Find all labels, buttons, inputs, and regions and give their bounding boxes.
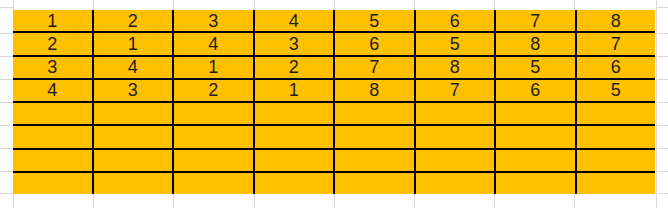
grid-cell-r7c6[interactable] (416, 150, 495, 171)
grid-cell-r5c8[interactable] (577, 103, 656, 124)
grid-cell-r4c5[interactable]: 8 (335, 80, 414, 101)
grid-cell-r6c2[interactable] (94, 126, 173, 147)
grid-cell-r8c3[interactable] (174, 173, 253, 194)
grid-cell-r7c1[interactable] (13, 150, 92, 171)
grid-cell-r7c2[interactable] (94, 150, 173, 171)
sheet-gridline (656, 0, 657, 208)
grid-cell-r8c6[interactable] (416, 173, 495, 194)
grid-cell-r1c2[interactable]: 2 (94, 10, 173, 31)
grid-cell-r4c8[interactable]: 5 (577, 80, 656, 101)
grid-cell-r6c3[interactable] (174, 126, 253, 147)
sheet-gridline (0, 7, 13, 8)
grid-cell-r8c7[interactable] (496, 173, 575, 194)
grid-cell-r8c5[interactable] (335, 173, 414, 194)
grid-cell-r6c1[interactable] (13, 126, 92, 147)
grid-cell-r4c1[interactable]: 4 (13, 80, 92, 101)
grid-cell-r2c1[interactable]: 2 (13, 33, 92, 54)
grid-cell-r6c5[interactable] (335, 126, 414, 147)
grid-cell-r8c1[interactable] (13, 173, 92, 194)
grid-cell-r3c2[interactable]: 4 (94, 57, 173, 78)
grid-cell-r6c4[interactable] (255, 126, 334, 147)
grid-cell-r5c2[interactable] (94, 103, 173, 124)
grid-cell-r1c5[interactable]: 5 (335, 10, 414, 31)
grid-cell-r1c7[interactable]: 7 (496, 10, 575, 31)
grid-cell-r1c1[interactable]: 1 (13, 10, 92, 31)
grid-cell-r3c8[interactable]: 6 (577, 57, 656, 78)
grid-cell-r7c5[interactable] (335, 150, 414, 171)
grid-cell-r5c1[interactable] (13, 103, 92, 124)
grid-cell-r2c4[interactable]: 3 (255, 33, 334, 54)
grid-cell-r6c6[interactable] (416, 126, 495, 147)
grid-cell-r5c6[interactable] (416, 103, 495, 124)
grid-cell-r8c2[interactable] (94, 173, 173, 194)
sheet-gridline (656, 7, 668, 8)
grid-cell-r6c8[interactable] (577, 126, 656, 147)
grid-cell-r7c8[interactable] (577, 150, 656, 171)
grid-cell-r5c4[interactable] (255, 103, 334, 124)
grid-cell-r3c4[interactable]: 2 (255, 57, 334, 78)
grid-cell-r7c4[interactable] (255, 150, 334, 171)
grid-cell-r4c3[interactable]: 2 (174, 80, 253, 101)
grid-cell-r3c1[interactable]: 3 (13, 57, 92, 78)
grid-cell-r2c2[interactable]: 1 (94, 33, 173, 54)
grid-cell-r2c6[interactable]: 5 (416, 33, 495, 54)
grid-cell-r5c7[interactable] (496, 103, 575, 124)
grid-cell-r7c3[interactable] (174, 150, 253, 171)
grid-cell-r2c8[interactable]: 7 (577, 33, 656, 54)
grid-cell-r8c8[interactable] (577, 173, 656, 194)
grid-cell-r7c7[interactable] (496, 150, 575, 171)
grid-cell-r1c6[interactable]: 6 (416, 10, 495, 31)
grid-cell-r1c4[interactable]: 4 (255, 10, 334, 31)
grid-cell-r1c8[interactable]: 8 (577, 10, 656, 31)
puzzle-grid: 12345678214365873412785643218765 (13, 10, 655, 194)
grid-cell-r1c3[interactable]: 3 (174, 10, 253, 31)
grid-cell-r5c3[interactable] (174, 103, 253, 124)
grid-cell-r8c4[interactable] (255, 173, 334, 194)
grid-cell-r5c5[interactable] (335, 103, 414, 124)
grid-cell-r3c3[interactable]: 1 (174, 57, 253, 78)
grid-cell-r4c4[interactable]: 1 (255, 80, 334, 101)
grid-cell-r3c5[interactable]: 7 (335, 57, 414, 78)
grid-cell-r4c2[interactable]: 3 (94, 80, 173, 101)
grid-cell-r2c3[interactable]: 4 (174, 33, 253, 54)
grid-cell-r3c6[interactable]: 8 (416, 57, 495, 78)
grid-cell-r4c7[interactable]: 6 (496, 80, 575, 101)
grid-cell-r2c5[interactable]: 6 (335, 33, 414, 54)
grid-cell-r3c7[interactable]: 5 (496, 57, 575, 78)
grid-cell-r6c7[interactable] (496, 126, 575, 147)
grid-cell-r4c6[interactable]: 7 (416, 80, 495, 101)
grid-cell-r2c7[interactable]: 8 (496, 33, 575, 54)
